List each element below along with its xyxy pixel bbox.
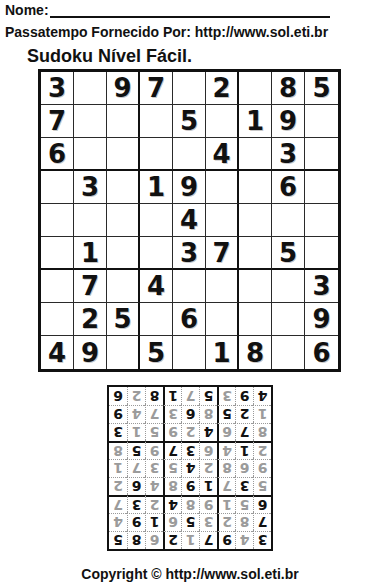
solution-cell-r1c5: 1 (181, 531, 199, 549)
solution-cell-r9c7: 8 (145, 387, 163, 405)
solution-cell-r5c5: 4 (181, 459, 199, 477)
solution-cell-r6c3: 4 (217, 441, 235, 459)
sudoku-cell-r5c2[interactable] (74, 204, 107, 237)
sudoku-cell-r6c6: 7 (206, 237, 239, 270)
solution-cell-r3c8: 3 (127, 495, 145, 513)
solution-cell-r6c5: 3 (181, 441, 199, 459)
sudoku-cell-r6c3[interactable] (107, 237, 140, 270)
solution-cell-r2c5: 5 (181, 513, 199, 531)
solution-cell-r6c6: 7 (163, 441, 181, 459)
solution-cell-r2c2: 8 (235, 513, 253, 531)
solution-cell-r4c6: 8 (163, 477, 181, 495)
sudoku-cell-r2c2[interactable] (74, 105, 107, 138)
solution-cell-r7c9: 3 (109, 423, 127, 441)
sudoku-cell-r4c9[interactable] (305, 171, 338, 204)
solution-cell-r3c6: 4 (163, 495, 181, 513)
sudoku-cell-r8c6[interactable] (206, 303, 239, 336)
solution-cell-r5c1: 9 (253, 459, 271, 477)
solution-cell-r2c6: 6 (163, 513, 181, 531)
solution-cell-r5c6: 5 (163, 459, 181, 477)
solution-cell-r9c2: 9 (235, 387, 253, 405)
sudoku-cell-r5c4[interactable] (140, 204, 173, 237)
sudoku-cell-r4c8: 6 (272, 171, 305, 204)
sudoku-cell-r7c1[interactable] (41, 270, 74, 303)
sudoku-cell-r6c9[interactable] (305, 237, 338, 270)
solution-cell-r1c8: 8 (127, 531, 145, 549)
solution-cell-r3c4: 9 (199, 495, 217, 513)
solution-cell-r8c1: 1 (253, 405, 271, 423)
solution-cell-r7c4: 4 (199, 423, 217, 441)
sudoku-cell-r9c2: 9 (74, 336, 107, 369)
sudoku-cell-r3c1: 6 (41, 138, 74, 171)
solution-cell-r9c8: 2 (127, 387, 145, 405)
sudoku-cell-r5c1[interactable] (41, 204, 74, 237)
solution-cell-r4c3: 7 (217, 477, 235, 495)
sudoku-cell-r8c2: 2 (74, 303, 107, 336)
copyright-text: Copyright © http://www.sol.eti.br (0, 566, 380, 583)
sudoku-cell-r3c2[interactable] (74, 138, 107, 171)
page-title: Sudoku Nível Fácil. (27, 47, 380, 66)
sudoku-cell-r8c5: 6 (173, 303, 206, 336)
sudoku-cell-r6c1[interactable] (41, 237, 74, 270)
solution-cell-r4c9: 2 (109, 477, 127, 495)
sudoku-cell-r2c3[interactable] (107, 105, 140, 138)
solution-cell-r6c1: 2 (253, 441, 271, 459)
sudoku-cell-r9c4: 5 (140, 336, 173, 369)
solution-cell-r9c4: 5 (199, 387, 217, 405)
name-row: Nome: (5, 3, 380, 18)
sudoku-cell-r5c8[interactable] (272, 204, 305, 237)
sudoku-cell-r4c7[interactable] (239, 171, 272, 204)
solution-cell-r1c2: 4 (235, 531, 253, 549)
sudoku-cell-r1c3: 9 (107, 72, 140, 105)
sudoku-cell-r4c5: 9 (173, 171, 206, 204)
solution-cell-r6c2: 1 (235, 441, 253, 459)
solution-cell-r3c1: 6 (253, 495, 271, 513)
sudoku-cell-r3c5[interactable] (173, 138, 206, 171)
sudoku-cell-r8c1[interactable] (41, 303, 74, 336)
solution-cell-r8c6: 3 (163, 405, 181, 423)
solution-cell-r7c2: 7 (235, 423, 253, 441)
solution-cell-r9c5: 7 (181, 387, 199, 405)
sudoku-worksheet: Nome: Passatempo Fornecido Por: http://w… (0, 0, 380, 583)
solution-cell-r8c2: 2 (235, 405, 253, 423)
sudoku-cell-r2c1: 7 (41, 105, 74, 138)
solution-cell-r1c9: 5 (109, 531, 127, 549)
solution-cell-r4c5: 9 (181, 477, 199, 495)
solution-cell-r4c1: 5 (253, 477, 271, 495)
sudoku-cell-r5c5: 4 (173, 204, 206, 237)
sudoku-cell-r1c1: 3 (41, 72, 74, 105)
sudoku-cell-r6c5: 3 (173, 237, 206, 270)
solution-cell-r8c9: 9 (109, 405, 127, 423)
solution-cell-r7c1: 8 (253, 423, 271, 441)
sudoku-cell-r7c3[interactable] (107, 270, 140, 303)
solution-cell-r5c3: 8 (217, 459, 235, 477)
solution-cell-r2c8: 9 (127, 513, 145, 531)
sudoku-cell-r1c4: 7 (140, 72, 173, 105)
solution-cell-r3c2: 5 (235, 495, 253, 513)
sudoku-cell-r8c4[interactable] (140, 303, 173, 336)
solution-cell-r5c4: 2 (199, 459, 217, 477)
provider-line: Passatempo Fornecido Por: http://www.sol… (5, 24, 380, 40)
solution-cell-r5c2: 6 (235, 459, 253, 477)
solution-cell-r4c2: 3 (235, 477, 253, 495)
solution-cell-r2c9: 4 (109, 513, 127, 531)
sudoku-cell-r5c7[interactable] (239, 204, 272, 237)
solution-cell-r1c7: 6 (145, 531, 163, 549)
solution-cell-r4c7: 4 (145, 477, 163, 495)
solution-cell-r3c3: 1 (217, 495, 235, 513)
sudoku-cell-r9c7: 8 (239, 336, 272, 369)
solution-cell-r8c3: 5 (217, 405, 235, 423)
solution-cell-r5c8: 7 (127, 459, 145, 477)
sudoku-cell-r9c3[interactable] (107, 336, 140, 369)
sudoku-cell-r4c3[interactable] (107, 171, 140, 204)
solution-cell-r7c5: 2 (181, 423, 199, 441)
sudoku-cell-r1c8: 8 (272, 72, 305, 105)
sudoku-cell-r1c9: 5 (305, 72, 338, 105)
solution-cell-r1c4: 7 (199, 531, 217, 549)
solution-cell-r6c7: 9 (145, 441, 163, 459)
sudoku-cell-r7c2: 7 (74, 270, 107, 303)
sudoku-cell-r3c4[interactable] (140, 138, 173, 171)
solution-cell-r4c8: 6 (127, 477, 145, 495)
sudoku-cell-r8c9: 9 (305, 303, 338, 336)
sudoku-cell-r1c7[interactable] (239, 72, 272, 105)
solution-cell-r3c5: 8 (181, 495, 199, 513)
solution-cell-r9c3: 3 (217, 387, 235, 405)
sudoku-cell-r2c4[interactable] (140, 105, 173, 138)
sudoku-cell-r6c4[interactable] (140, 237, 173, 270)
solution-cell-r9c9: 6 (109, 387, 127, 405)
sudoku-cell-r6c2: 1 (74, 237, 107, 270)
solution-cell-r4c4: 1 (199, 477, 217, 495)
sudoku-cell-r4c4: 1 (140, 171, 173, 204)
sudoku-cell-r2c8: 9 (272, 105, 305, 138)
solution-cell-r6c4: 6 (199, 441, 217, 459)
solution-cell-r2c7: 1 (145, 513, 163, 531)
sudoku-cell-r4c6[interactable] (206, 171, 239, 204)
sudoku-cell-r5c9[interactable] (305, 204, 338, 237)
sudoku-cell-r7c5[interactable] (173, 270, 206, 303)
sudoku-cell-r3c7[interactable] (239, 138, 272, 171)
solution-cell-r2c3: 2 (217, 513, 235, 531)
sudoku-cell-r5c6[interactable] (206, 204, 239, 237)
sudoku-cell-r1c5[interactable] (173, 72, 206, 105)
sudoku-cell-r7c6[interactable] (206, 270, 239, 303)
sudoku-cell-r8c3: 5 (107, 303, 140, 336)
sudoku-cell-r9c8[interactable] (272, 336, 305, 369)
sudoku-cell-r2c6[interactable] (206, 105, 239, 138)
sudoku-cell-r2c7: 1 (239, 105, 272, 138)
solution-cell-r2c1: 7 (253, 513, 271, 531)
solution-cell-r7c8: 1 (127, 423, 145, 441)
sudoku-cell-r8c8[interactable] (272, 303, 305, 336)
sudoku-cell-r9c9: 6 (305, 336, 338, 369)
solution-cell-r5c7: 3 (145, 459, 163, 477)
solution-cell-r9c1: 4 (253, 387, 271, 405)
sudoku-cell-r2c9[interactable] (305, 105, 338, 138)
solution-cell-r1c6: 2 (163, 531, 181, 549)
sudoku-cell-r9c1: 4 (41, 336, 74, 369)
sudoku-cell-r9c5[interactable] (173, 336, 206, 369)
solution-cell-r1c3: 9 (217, 531, 235, 549)
solution-cell-r6c8: 5 (127, 441, 145, 459)
sudoku-cell-r1c6: 2 (206, 72, 239, 105)
sudoku-cell-r9c6: 1 (206, 336, 239, 369)
solution-cell-r9c6: 1 (163, 387, 181, 405)
solution-cell-r8c5: 6 (181, 405, 199, 423)
sudoku-cell-r3c6: 4 (206, 138, 239, 171)
solution-cell-r1c1: 3 (253, 531, 271, 549)
solution-cell-r3c9: 7 (109, 495, 127, 513)
sudoku-cell-r3c8: 3 (272, 138, 305, 171)
name-label: Nome: (5, 3, 49, 18)
sudoku-cell-r2c5: 5 (173, 105, 206, 138)
solution-cell-r7c6: 9 (163, 423, 181, 441)
sudoku-cell-r6c8: 5 (272, 237, 305, 270)
solution-cell-r3c7: 2 (145, 495, 163, 513)
sudoku-cell-r7c8[interactable] (272, 270, 305, 303)
sudoku-cell-r1c2[interactable] (74, 72, 107, 105)
sudoku-cell-r7c7[interactable] (239, 270, 272, 303)
sudoku-cell-r7c9: 3 (305, 270, 338, 303)
solution-grid: 3497126857823561946519842375371984629682… (107, 385, 273, 551)
name-underline (50, 3, 330, 18)
sudoku-cell-r3c3[interactable] (107, 138, 140, 171)
solution-cell-r8c7: 7 (145, 405, 163, 423)
sudoku-cell-r8c7[interactable] (239, 303, 272, 336)
solution-cell-r5c9: 1 (109, 459, 127, 477)
solution-cell-r6c9: 8 (109, 441, 127, 459)
sudoku-grid: 39728575196433196413757432569495186 (38, 69, 341, 372)
sudoku-cell-r6c7[interactable] (239, 237, 272, 270)
solution-cell-r2c4: 3 (199, 513, 217, 531)
solution-cell-r8c4: 8 (199, 405, 217, 423)
solution-cell-r8c8: 4 (127, 405, 145, 423)
solution-cell-r7c3: 6 (217, 423, 235, 441)
sudoku-cell-r7c4: 4 (140, 270, 173, 303)
sudoku-cell-r5c3[interactable] (107, 204, 140, 237)
sudoku-cell-r3c9[interactable] (305, 138, 338, 171)
solution-cell-r7c7: 5 (145, 423, 163, 441)
sudoku-cell-r4c2: 3 (74, 171, 107, 204)
sudoku-cell-r4c1[interactable] (41, 171, 74, 204)
